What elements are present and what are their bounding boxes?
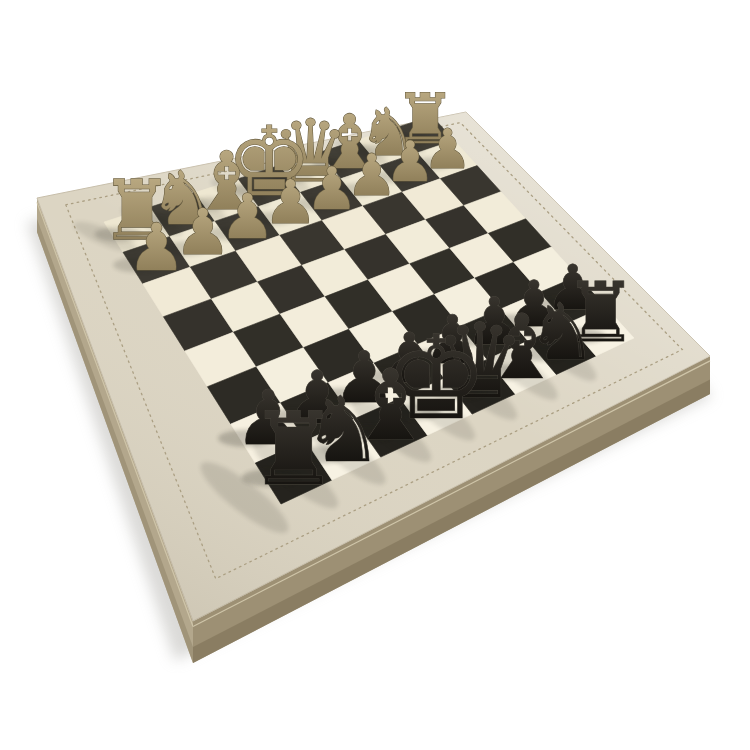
piece-black-rook-h8: ♜ xyxy=(248,390,339,508)
piece-white-pawn-h2: ♟ xyxy=(127,209,185,285)
chess-product-photo: ♜♞♝♟♛♟♟♚♟♝♟♞♟♜♟♟♟♟♜♟♞♟♝♟♛♟♚♟♝♟♞♜ xyxy=(0,0,750,750)
chessboard-scene: ♜♞♝♟♛♟♟♚♟♝♟♞♟♜♟♟♟♟♜♟♞♟♝♟♛♟♚♟♝♟♞♜ xyxy=(0,0,750,750)
